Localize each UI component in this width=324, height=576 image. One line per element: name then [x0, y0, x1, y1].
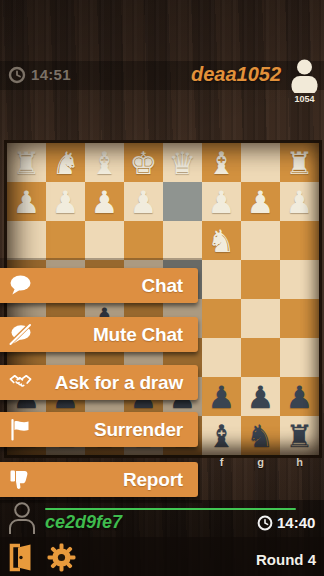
black-pawn: ♟	[241, 377, 280, 416]
black-rook: ♜	[280, 416, 319, 455]
surrender-button-label: Surrender	[94, 412, 183, 447]
mute-chat-button-label: Mute Chat	[93, 317, 183, 352]
round-indicator: Round 4	[256, 551, 316, 568]
white-pawn: ♟	[202, 182, 241, 221]
square-h2[interactable]: ♟	[280, 182, 319, 221]
settings-gear-button[interactable]	[47, 543, 76, 572]
white-pawn: ♟	[7, 182, 46, 221]
square-f4[interactable]	[202, 260, 241, 299]
mute-chat-button[interactable]: Mute Chat	[0, 317, 198, 352]
white-pawn: ♟	[280, 182, 319, 221]
report-button[interactable]: Report	[0, 462, 198, 497]
report-button-label: Report	[123, 462, 183, 497]
footer-toolbar: Round 4	[0, 537, 324, 576]
opponent-name: deaa1052	[191, 63, 281, 86]
square-f3[interactable]: ♞	[202, 221, 241, 260]
square-g4[interactable]	[241, 260, 280, 299]
muted-chat-icon	[9, 323, 32, 346]
square-e1[interactable]: ♛	[163, 143, 202, 182]
square-g1[interactable]	[241, 143, 280, 182]
square-a1[interactable]: ♜	[7, 143, 46, 182]
white-bishop: ♝	[202, 143, 241, 182]
file-label-g: g	[241, 456, 280, 472]
square-c1[interactable]: ♝	[85, 143, 124, 182]
square-g5[interactable]	[241, 299, 280, 338]
square-f2[interactable]: ♟	[202, 182, 241, 221]
ask-draw-button[interactable]: Ask for a draw	[0, 365, 198, 400]
square-h6[interactable]	[280, 338, 319, 377]
square-g7[interactable]: ♟	[241, 377, 280, 416]
black-pawn: ♟	[202, 377, 241, 416]
square-f5[interactable]	[202, 299, 241, 338]
player-avatar-icon	[6, 501, 38, 536]
player-bar: ce2d9fe7 14:40	[0, 500, 324, 537]
chat-button-label: Chat	[142, 268, 183, 303]
player-name: ce2d9fe7	[45, 512, 122, 533]
opponent-bar: 14:51 deaa1052 1054	[0, 61, 324, 90]
square-h7[interactable]: ♟	[280, 377, 319, 416]
game-screen: 14:51 deaa1052 1054 ♜♞♝♚♛♝♜♟♟♟♟♟♟♟♞♟♟♟♟♟…	[0, 0, 324, 576]
thumbs-down-icon	[9, 468, 32, 491]
file-label-h: h	[280, 456, 319, 472]
square-d1[interactable]: ♚	[124, 143, 163, 182]
square-f1[interactable]: ♝	[202, 143, 241, 182]
square-a3[interactable]	[7, 221, 46, 260]
white-queen: ♛	[163, 143, 202, 182]
time-progress-bar	[45, 508, 296, 510]
square-d2[interactable]: ♟	[124, 182, 163, 221]
player-timer: 14:40	[277, 514, 315, 531]
square-b2[interactable]: ♟	[46, 182, 85, 221]
white-knight: ♞	[202, 221, 241, 260]
opponent-rating: 1054	[288, 94, 321, 104]
clock-icon	[257, 515, 273, 531]
square-g8[interactable]: ♞	[241, 416, 280, 455]
square-h1[interactable]: ♜	[280, 143, 319, 182]
exit-door-button[interactable]	[8, 543, 35, 572]
square-h8[interactable]: ♜	[280, 416, 319, 455]
square-h3[interactable]	[280, 221, 319, 260]
file-label-f: f	[202, 456, 241, 472]
black-knight: ♞	[241, 416, 280, 455]
square-d3[interactable]	[124, 221, 163, 260]
white-rook: ♜	[7, 143, 46, 182]
ask-draw-button-label: Ask for a draw	[55, 365, 183, 400]
square-b3[interactable]	[46, 221, 85, 260]
white-pawn: ♟	[124, 182, 163, 221]
white-pawn: ♟	[46, 182, 85, 221]
white-rook: ♜	[280, 143, 319, 182]
opponent-timer: 14:51	[31, 66, 71, 83]
white-pawn: ♟	[85, 182, 124, 221]
square-f8[interactable]: ♝	[202, 416, 241, 455]
chat-button[interactable]: Chat	[0, 268, 198, 303]
square-g3[interactable]	[241, 221, 280, 260]
square-c3[interactable]	[85, 221, 124, 260]
square-e2[interactable]	[163, 182, 202, 221]
square-f6[interactable]	[202, 338, 241, 377]
black-pawn: ♟	[280, 377, 319, 416]
square-c2[interactable]: ♟	[85, 182, 124, 221]
white-bishop: ♝	[85, 143, 124, 182]
clock-icon	[8, 66, 26, 84]
square-e3[interactable]	[163, 221, 202, 260]
square-b1[interactable]: ♞	[46, 143, 85, 182]
square-h4[interactable]	[280, 260, 319, 299]
white-king: ♚	[124, 143, 163, 182]
surrender-button[interactable]: Surrender	[0, 412, 198, 447]
chat-bubble-icon	[9, 274, 32, 297]
square-a2[interactable]: ♟	[7, 182, 46, 221]
white-knight: ♞	[46, 143, 85, 182]
opponent-avatar-icon	[288, 57, 321, 93]
square-g6[interactable]	[241, 338, 280, 377]
handshake-icon	[9, 371, 32, 394]
black-bishop: ♝	[202, 416, 241, 455]
white-pawn: ♟	[241, 182, 280, 221]
square-g2[interactable]: ♟	[241, 182, 280, 221]
square-h5[interactable]	[280, 299, 319, 338]
flag-icon	[9, 418, 32, 441]
square-f7[interactable]: ♟	[202, 377, 241, 416]
